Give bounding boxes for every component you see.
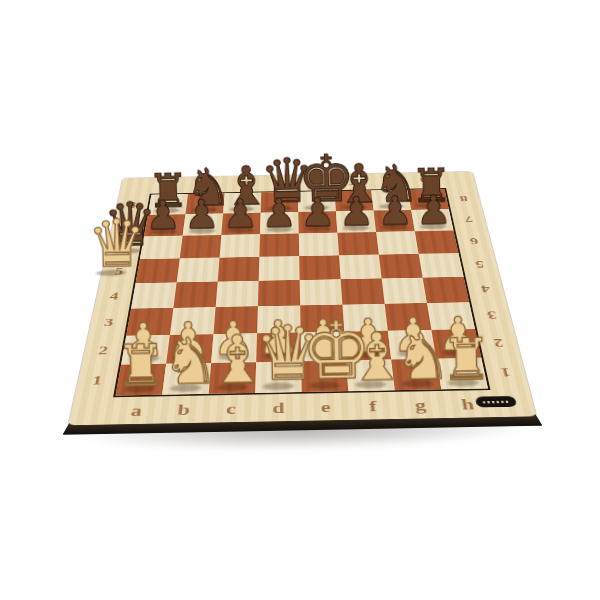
square-d7: ♟ [260, 212, 299, 234]
square-d8: ♛ [261, 192, 299, 213]
piece-shadow [401, 380, 434, 388]
piece-shadow [447, 379, 480, 387]
piece-shadow [123, 385, 156, 393]
square-a8: ♜ [148, 194, 188, 215]
square-b5 [177, 258, 220, 283]
square-f5 [339, 255, 382, 280]
piece-shadow [309, 381, 341, 389]
square-d1: ♛ [255, 361, 302, 393]
square-a5 [136, 258, 180, 283]
piece-shadow [308, 351, 339, 359]
rank-label-right-8: 8 [446, 188, 482, 209]
square-g8: ♞ [371, 190, 411, 211]
square-d6 [259, 233, 299, 256]
square-c5 [218, 257, 260, 282]
piece-shadow [420, 224, 447, 230]
square-g2: ♟ [388, 330, 436, 360]
file-label-e: e [302, 394, 350, 421]
rank-label-2: 2 [82, 336, 125, 366]
file-labels-bottom: abcdefgh [110, 392, 494, 425]
square-e3 [300, 305, 344, 333]
square-h4 [423, 277, 470, 303]
square-b8: ♞ [185, 193, 224, 214]
rank-label-right-5: 5 [460, 252, 499, 276]
file-label-top-g: g [369, 173, 407, 189]
rank-label-4: 4 [94, 283, 134, 309]
file-label-top-f: f [333, 174, 371, 190]
square-f2: ♟ [344, 331, 391, 361]
square-h2: ♟ [431, 329, 481, 359]
piece-shadow [305, 226, 331, 232]
piece-shadow [355, 380, 387, 388]
piece-shadow [379, 203, 405, 208]
file-label-f: f [349, 393, 399, 420]
square-b7: ♟ [183, 214, 223, 236]
piece-shadow [170, 384, 202, 392]
rank-label-1: 1 [75, 365, 119, 397]
square-g5 [379, 254, 423, 279]
square-g4 [382, 278, 427, 304]
brand-badge-text [483, 401, 510, 403]
playing-area: ♜♞♝♛♚♝♞♜♟♟♟♟♟♟♟♟♟♟♟♟♟♟♟♟♜♞♝♛♚♝♞♜ [113, 188, 490, 397]
piece-shadow [341, 204, 367, 209]
piece-shadow [397, 350, 428, 358]
piece-shadow [218, 353, 249, 361]
square-d5 [259, 256, 300, 281]
square-b2: ♟ [166, 334, 213, 364]
piece-shadow [304, 205, 330, 211]
file-label-g: g [395, 392, 446, 419]
square-f7: ♟ [336, 211, 376, 233]
file-label-c: c [206, 396, 255, 423]
square-g3 [385, 303, 432, 331]
file-label-top-d: d [261, 175, 298, 191]
square-e7: ♟ [298, 211, 337, 233]
brand-badge [475, 396, 518, 408]
piece-shadow [267, 206, 293, 212]
square-f6 [337, 232, 378, 255]
file-label-top-c: c [225, 176, 262, 192]
square-c4 [216, 281, 259, 307]
piece-shadow [129, 355, 161, 363]
square-e1: ♚ [301, 360, 348, 392]
square-b6 [180, 235, 222, 258]
rank-label-right-3: 3 [471, 301, 513, 329]
square-d4 [258, 280, 300, 306]
rank-label-right-1: 1 [483, 357, 528, 388]
photo-stage: ♜♞♝♛♚♝♞♜♟♟♟♟♟♟♟♟♟♟♟♟♟♟♟♟♜♞♝♛♚♝♞♜ abcdefg… [0, 0, 600, 600]
rank-label-8: 8 [115, 195, 150, 216]
piece-shadow [416, 203, 442, 208]
piece-shadow [154, 208, 180, 214]
piece-shadow [192, 207, 218, 213]
file-label-top-h: h [405, 173, 444, 189]
square-a3 [126, 308, 173, 336]
square-c2: ♟ [211, 333, 257, 363]
square-h7: ♟ [411, 209, 453, 231]
piece-shadow [150, 229, 177, 235]
square-a2: ♟ [121, 335, 170, 365]
rank-label-right-2: 2 [477, 328, 521, 357]
square-f8: ♝ [335, 190, 374, 211]
square-g1: ♞ [391, 359, 441, 391]
square-e6 [299, 233, 339, 256]
square-h1: ♜ [436, 358, 488, 390]
square-f3 [342, 304, 387, 332]
square-b3 [170, 307, 216, 335]
piece-shadow [228, 227, 254, 233]
square-h8: ♜ [408, 189, 449, 210]
square-c7: ♟ [221, 213, 260, 235]
square-e4 [300, 279, 343, 305]
square-e2: ♟ [301, 332, 347, 362]
square-c8: ♝ [223, 193, 261, 214]
square-g6 [376, 231, 418, 254]
square-b1: ♞ [162, 363, 211, 395]
square-f1: ♝ [346, 360, 395, 392]
square-e5 [299, 255, 340, 280]
perspective-scene: ♜♞♝♛♚♝♞♜♟♟♟♟♟♟♟♟♟♟♟♟♟♟♟♟♜♞♝♛♚♝♞♜ abcdefg… [0, 0, 600, 600]
file-label-top-a: a [152, 177, 190, 193]
rank-label-3: 3 [88, 309, 129, 337]
square-f4 [341, 278, 385, 304]
piece-shadow [266, 227, 292, 233]
file-label-top-e: e [298, 175, 335, 191]
square-h5 [419, 253, 464, 278]
piece-shadow [353, 350, 384, 358]
rank-label-right-7: 7 [451, 209, 488, 231]
square-a4 [131, 282, 177, 308]
piece-shadow [174, 354, 205, 362]
file-label-a: a [110, 398, 161, 425]
square-a1: ♜ [116, 364, 167, 396]
square-c3 [213, 306, 257, 334]
square-h6 [415, 230, 459, 253]
file-label-top-b: b [188, 177, 226, 193]
file-label-d: d [254, 395, 302, 422]
piece-shadow [263, 382, 295, 390]
piece-shadow [189, 228, 216, 234]
square-c6 [220, 234, 260, 257]
square-d3 [257, 305, 301, 333]
piece-shadow [263, 352, 294, 360]
piece-shadow [343, 225, 370, 231]
square-b4 [173, 282, 217, 308]
square-d2: ♟ [256, 332, 301, 362]
piece-shadow [216, 383, 248, 391]
piece-shadow [381, 224, 408, 230]
piece-shadow [442, 349, 474, 357]
square-c1: ♝ [209, 362, 256, 394]
rank-label-right-4: 4 [466, 276, 507, 302]
piece-shadow [229, 206, 255, 212]
file-label-b: b [158, 397, 208, 424]
chess-board: ♜♞♝♛♚♝♞♜♟♟♟♟♟♟♟♟♟♟♟♟♟♟♟♟♜♞♝♛♚♝♞♜ abcdefg… [68, 172, 536, 426]
board-grid: ♜♞♝♛♚♝♞♜♟♟♟♟♟♟♟♟♟♟♟♟♟♟♟♟♜♞♝♛♚♝♞♜ [116, 189, 488, 396]
rank-label-right-6: 6 [455, 230, 493, 253]
square-g7: ♟ [374, 210, 415, 232]
square-e8: ♚ [298, 191, 336, 212]
square-h3 [427, 302, 475, 330]
